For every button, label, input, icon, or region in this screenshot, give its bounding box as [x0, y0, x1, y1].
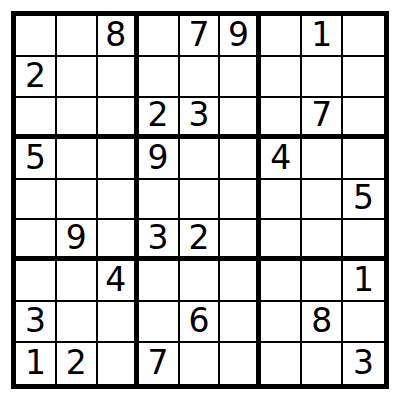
cell-r4c3[interactable] — [98, 139, 139, 180]
cell-r9c4[interactable]: 7 — [139, 343, 180, 384]
cell-r1c7[interactable] — [261, 16, 302, 57]
cell-r7c2[interactable] — [57, 261, 98, 302]
given-digit: 2 — [25, 59, 46, 92]
cell-r8c7[interactable] — [261, 302, 302, 343]
cell-r7c9[interactable]: 1 — [343, 261, 384, 302]
cell-r4c6[interactable] — [220, 139, 261, 180]
cell-r4c8[interactable] — [302, 139, 343, 180]
cell-r1c9[interactable] — [343, 16, 384, 57]
cell-r5c1[interactable] — [16, 180, 57, 221]
cell-r6c4[interactable]: 3 — [139, 220, 180, 261]
cell-r3c9[interactable] — [343, 98, 384, 139]
cell-r6c1[interactable] — [16, 220, 57, 261]
cell-r6c7[interactable] — [261, 220, 302, 261]
cell-r3c8[interactable]: 7 — [302, 98, 343, 139]
cell-r6c5[interactable]: 2 — [180, 220, 221, 261]
cell-r8c5[interactable]: 6 — [180, 302, 221, 343]
cell-r3c1[interactable] — [16, 98, 57, 139]
cell-r6c3[interactable] — [98, 220, 139, 261]
given-digit: 5 — [25, 141, 46, 174]
given-digit: 4 — [270, 141, 291, 174]
cell-r5c3[interactable] — [98, 180, 139, 221]
cell-r9c6[interactable] — [220, 343, 261, 384]
given-digit: 8 — [311, 304, 332, 337]
cell-r2c6[interactable] — [220, 57, 261, 98]
given-digit: 7 — [311, 98, 332, 131]
given-digit: 3 — [25, 304, 46, 337]
cell-r7c7[interactable] — [261, 261, 302, 302]
cell-r5c8[interactable] — [302, 180, 343, 221]
given-digit: 2 — [66, 346, 87, 379]
cell-r3c5[interactable]: 3 — [180, 98, 221, 139]
cell-r4c9[interactable] — [343, 139, 384, 180]
cell-r1c8[interactable]: 1 — [302, 16, 343, 57]
cell-r7c3[interactable]: 4 — [98, 261, 139, 302]
cell-r5c7[interactable] — [261, 180, 302, 221]
cell-r2c9[interactable] — [343, 57, 384, 98]
cell-r5c6[interactable] — [220, 180, 261, 221]
cell-r8c1[interactable]: 3 — [16, 302, 57, 343]
cell-r4c4[interactable]: 9 — [139, 139, 180, 180]
cell-r6c6[interactable] — [220, 220, 261, 261]
given-digit: 3 — [353, 346, 374, 379]
cell-r3c4[interactable]: 2 — [139, 98, 180, 139]
cell-r7c8[interactable] — [302, 261, 343, 302]
cell-r3c6[interactable] — [220, 98, 261, 139]
given-digit: 3 — [188, 98, 209, 131]
cell-r2c4[interactable] — [139, 57, 180, 98]
given-digit: 1 — [311, 18, 332, 51]
given-digit: 2 — [188, 221, 209, 254]
cell-r2c5[interactable] — [180, 57, 221, 98]
cell-r9c9[interactable]: 3 — [343, 343, 384, 384]
cell-r7c5[interactable] — [180, 261, 221, 302]
given-digit: 5 — [353, 181, 374, 214]
given-digit: 1 — [353, 263, 374, 296]
cell-r2c7[interactable] — [261, 57, 302, 98]
cell-r4c2[interactable] — [57, 139, 98, 180]
cell-r9c1[interactable]: 1 — [16, 343, 57, 384]
cell-r6c8[interactable] — [302, 220, 343, 261]
cell-r4c5[interactable] — [180, 139, 221, 180]
cell-r2c2[interactable] — [57, 57, 98, 98]
cell-r7c1[interactable] — [16, 261, 57, 302]
given-digit: 4 — [105, 263, 126, 296]
cell-r8c9[interactable] — [343, 302, 384, 343]
cell-r1c2[interactable] — [57, 16, 98, 57]
cell-r2c1[interactable]: 2 — [16, 57, 57, 98]
cell-r5c2[interactable] — [57, 180, 98, 221]
cell-r7c6[interactable] — [220, 261, 261, 302]
cell-r9c3[interactable] — [98, 343, 139, 384]
given-digit: 3 — [148, 221, 169, 254]
cell-r8c4[interactable] — [139, 302, 180, 343]
cell-r8c8[interactable]: 8 — [302, 302, 343, 343]
cell-r1c3[interactable]: 8 — [98, 16, 139, 57]
cell-r1c5[interactable]: 7 — [180, 16, 221, 57]
cell-r9c2[interactable]: 2 — [57, 343, 98, 384]
given-digit: 9 — [66, 221, 87, 254]
cell-r5c9[interactable]: 5 — [343, 180, 384, 221]
cell-r1c6[interactable]: 9 — [220, 16, 261, 57]
cell-r4c1[interactable]: 5 — [16, 139, 57, 180]
given-digit: 1 — [25, 346, 46, 379]
cell-r8c6[interactable] — [220, 302, 261, 343]
cell-r6c2[interactable]: 9 — [57, 220, 98, 261]
cell-r5c5[interactable] — [180, 180, 221, 221]
cell-r6c9[interactable] — [343, 220, 384, 261]
given-digit: 9 — [228, 18, 249, 51]
cell-r8c2[interactable] — [57, 302, 98, 343]
cell-r3c2[interactable] — [57, 98, 98, 139]
cell-r5c4[interactable] — [139, 180, 180, 221]
cell-r7c4[interactable] — [139, 261, 180, 302]
cell-r2c3[interactable] — [98, 57, 139, 98]
cell-r9c5[interactable] — [180, 343, 221, 384]
cell-r1c4[interactable] — [139, 16, 180, 57]
cell-r8c3[interactable] — [98, 302, 139, 343]
cell-r9c8[interactable] — [302, 343, 343, 384]
given-digit: 2 — [148, 98, 169, 131]
cell-r1c1[interactable] — [16, 16, 57, 57]
given-digit: 9 — [148, 141, 169, 174]
given-digit: 6 — [188, 304, 209, 337]
cell-r2c8[interactable] — [302, 57, 343, 98]
cell-r3c7[interactable] — [261, 98, 302, 139]
cell-r3c3[interactable] — [98, 98, 139, 139]
given-digit: 7 — [148, 346, 169, 379]
sudoku-board: 879122375945932413681273 — [11, 11, 389, 389]
cell-r9c7[interactable] — [261, 343, 302, 384]
given-digit: 7 — [188, 18, 209, 51]
cell-r4c7[interactable]: 4 — [261, 139, 302, 180]
given-digit: 8 — [105, 18, 126, 51]
